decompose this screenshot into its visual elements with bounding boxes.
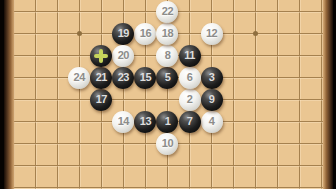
stone-white-2: 2 xyxy=(179,89,201,111)
stone-number: 2 xyxy=(187,94,193,105)
stone-black-13: 13 xyxy=(134,111,156,133)
stone-number: 7 xyxy=(187,116,193,127)
grid-line-vertical xyxy=(299,0,300,189)
gomoku-board[interactable]: 123456789101112131415161718192021222324 xyxy=(4,0,333,189)
stone-number: 23 xyxy=(118,72,129,83)
star-point xyxy=(253,31,258,36)
stone-black-1: 1 xyxy=(156,111,178,133)
stone-white-8: 8 xyxy=(156,45,178,67)
stone-number: 24 xyxy=(74,72,85,83)
grid-line-vertical xyxy=(321,0,322,189)
stone-white-24: 24 xyxy=(68,67,90,89)
grid-line-vertical xyxy=(35,0,36,189)
stone-black-9: 9 xyxy=(201,89,223,111)
last-move-cross-icon xyxy=(94,49,108,63)
stone-white-14: 14 xyxy=(112,111,134,133)
stone-black-5: 5 xyxy=(156,67,178,89)
grid-line-vertical xyxy=(255,0,256,189)
stone-white-18: 18 xyxy=(156,23,178,45)
grid-line-vertical xyxy=(277,0,278,189)
stone-white-12: 12 xyxy=(201,23,223,45)
stone-white-6: 6 xyxy=(179,67,201,89)
stone-number: 9 xyxy=(209,94,215,105)
letterbox-left xyxy=(0,0,4,189)
stone-number: 17 xyxy=(96,94,107,105)
stone-white-4: 4 xyxy=(201,111,223,133)
stone-number: 15 xyxy=(140,72,151,83)
app-screen: 123456789101112131415161718192021222324 xyxy=(0,0,336,189)
grid-line-vertical xyxy=(79,0,80,189)
stone-black-11: 11 xyxy=(179,45,201,67)
stone-number: 20 xyxy=(118,50,129,61)
stone-black-23: 23 xyxy=(112,67,134,89)
grid-line-horizontal xyxy=(12,165,323,166)
stone-number: 6 xyxy=(187,72,193,83)
grid-line-vertical xyxy=(13,0,14,189)
stone-white-10: 10 xyxy=(156,133,178,155)
stone-black-3: 3 xyxy=(201,67,223,89)
stone-black-17: 17 xyxy=(90,89,112,111)
stone-number: 19 xyxy=(118,28,129,39)
grid-line-vertical xyxy=(233,0,234,189)
board-edge-right xyxy=(322,0,333,189)
stone-black-15: 15 xyxy=(134,67,156,89)
grid-line-vertical xyxy=(57,0,58,189)
stone-number: 8 xyxy=(165,50,171,61)
stone-number: 22 xyxy=(162,6,173,17)
stone-number: 5 xyxy=(165,72,171,83)
stone-number: 3 xyxy=(209,72,215,83)
stone-number: 4 xyxy=(209,116,215,127)
stone-number: 14 xyxy=(118,116,129,127)
stone-number: 21 xyxy=(96,72,107,83)
stone-black-21: 21 xyxy=(90,67,112,89)
stone-number: 1 xyxy=(165,116,171,127)
stone-number: 13 xyxy=(140,116,151,127)
stone-number: 12 xyxy=(206,28,217,39)
stone-number: 18 xyxy=(162,28,173,39)
stone-white-22: 22 xyxy=(156,1,178,23)
star-point xyxy=(77,31,82,36)
stone-black-25 xyxy=(90,45,112,67)
grid-line-horizontal xyxy=(12,187,323,188)
stone-white-16: 16 xyxy=(134,23,156,45)
stone-black-7: 7 xyxy=(179,111,201,133)
stone-black-19: 19 xyxy=(112,23,134,45)
stone-number: 16 xyxy=(140,28,151,39)
stone-number: 11 xyxy=(184,50,195,61)
stone-number: 10 xyxy=(162,138,173,149)
grid-line-horizontal xyxy=(12,99,323,100)
stone-white-20: 20 xyxy=(112,45,134,67)
